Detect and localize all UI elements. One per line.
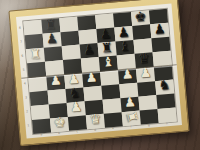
white-rook: ♜ <box>125 110 141 125</box>
black-rook: ♜ <box>44 17 57 31</box>
rank-label-4: 4 <box>24 82 26 85</box>
black-rook: ♜ <box>101 41 114 55</box>
rank-label-2: 2 <box>26 111 28 114</box>
rank-label-3: 3 <box>25 97 27 100</box>
black-queen: ♛ <box>138 51 151 65</box>
square-f1: ♜ <box>122 110 141 126</box>
board-margin: 87654321 abcdefgh ♜♚♟♟♟♟♜♟♜♝♝♛♟♟♟♟♟♞♞♟♟♚… <box>16 3 182 138</box>
rank-label-8: 8 <box>19 26 21 29</box>
square-g1 <box>140 109 159 125</box>
rank-label-6: 6 <box>21 54 23 57</box>
square-h1 <box>158 107 177 123</box>
black-pawn: ♟ <box>117 25 130 39</box>
black-bishop: ♝ <box>119 39 132 53</box>
white-pawn: ♟ <box>70 100 83 114</box>
white-bishop: ♝ <box>102 55 115 69</box>
chess-board: 87654321 abcdefgh ♜♚♟♟♟♟♜♟♜♝♝♛♟♟♟♟♟♞♞♟♟♚… <box>8 0 189 146</box>
rank-label-1: 1 <box>27 125 29 128</box>
black-pawn: ♟ <box>99 26 112 40</box>
rank-label-5: 5 <box>23 68 25 71</box>
square-e1 <box>104 112 123 128</box>
white-queen: ♛ <box>89 112 102 126</box>
black-pawn: ♟ <box>153 22 166 36</box>
square-d1: ♛ <box>86 114 105 130</box>
white-rook: ♜ <box>29 47 42 61</box>
board-frame: 87654321 abcdefgh ♜♚♟♟♟♟♜♟♜♝♝♛♟♟♟♟♟♞♞♟♟♚… <box>8 0 189 146</box>
square-c1 <box>68 115 87 131</box>
black-knight: ♞ <box>158 78 171 92</box>
rank-label-7: 7 <box>20 40 22 43</box>
black-pawn: ♟ <box>46 31 59 45</box>
black-knight: ♞ <box>68 86 81 100</box>
black-pawn: ♟ <box>83 42 96 56</box>
white-pawn: ♟ <box>123 95 136 109</box>
square-a1 <box>32 118 51 134</box>
table-surface: 87654321 abcdefgh ♜♚♟♟♟♟♜♟♜♝♝♛♟♟♟♟♟♞♞♟♟♚… <box>0 0 200 150</box>
black-king: ♚ <box>134 9 147 23</box>
white-king: ♚ <box>53 116 66 130</box>
square-b1: ♚ <box>50 117 69 133</box>
